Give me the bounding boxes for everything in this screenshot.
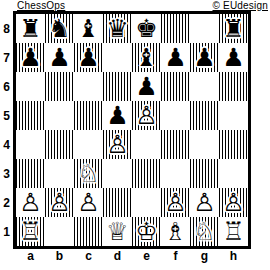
page: ChessOps © EUdesign 87654321 ♜♞♝♛♚♜♟♟♟♝♟… (0, 0, 270, 270)
piece-black-bishop: ♝ (135, 43, 157, 72)
square-c5 (74, 101, 103, 130)
square-d5: ♟ (103, 101, 132, 130)
square-e8: ♚ (132, 14, 161, 43)
square-g7: ♟ (190, 43, 219, 72)
square-d6 (103, 72, 132, 101)
rank-label-8: 8 (0, 14, 13, 43)
piece-white-pawn: ♙ (19, 188, 41, 217)
square-b4 (45, 130, 74, 159)
file-label-b: b (45, 249, 74, 263)
square-a7: ♟ (16, 43, 45, 72)
rank-label-4: 4 (0, 130, 13, 159)
piece-black-pawn: ♟ (164, 43, 186, 72)
square-e2 (132, 188, 161, 217)
square-a2: ♙ (16, 188, 45, 217)
square-a3 (16, 159, 45, 188)
square-f4 (161, 130, 190, 159)
piece-black-pawn: ♟ (19, 43, 41, 72)
piece-black-bishop: ♝ (77, 14, 99, 43)
square-c3: ♘ (74, 159, 103, 188)
board-layout: 87654321 ♜♞♝♛♚♜♟♟♟♝♟♟♟♟♟♙♙♘♙♙♙♙♙♙♖♕♔♗♘♖ (0, 11, 270, 249)
piece-white-rook: ♖ (222, 217, 244, 246)
square-e5: ♙ (132, 101, 161, 130)
square-g8 (190, 14, 219, 43)
square-h1: ♖ (219, 217, 248, 246)
piece-white-pawn: ♙ (106, 130, 128, 159)
piece-white-pawn: ♙ (77, 188, 99, 217)
piece-black-queen: ♛ (106, 14, 128, 43)
square-h7: ♟ (219, 43, 248, 72)
square-b8: ♞ (45, 14, 74, 43)
square-f8 (161, 14, 190, 43)
header: ChessOps © EUdesign (0, 0, 270, 11)
square-a8: ♜ (16, 14, 45, 43)
rank-labels: 87654321 (0, 11, 13, 249)
square-c7: ♟ (74, 43, 103, 72)
square-h2: ♙ (219, 188, 248, 217)
piece-black-knight: ♞ (48, 14, 70, 43)
file-label-g: g (190, 249, 219, 263)
piece-white-bishop: ♗ (164, 217, 186, 246)
piece-white-rook: ♖ (19, 217, 41, 246)
piece-black-pawn: ♟ (135, 72, 157, 101)
piece-white-king: ♔ (135, 217, 157, 246)
square-a5 (16, 101, 45, 130)
square-b6 (45, 72, 74, 101)
square-f7: ♟ (161, 43, 190, 72)
piece-black-pawn: ♟ (193, 43, 215, 72)
square-d8: ♛ (103, 14, 132, 43)
square-e4 (132, 130, 161, 159)
square-c1 (74, 217, 103, 246)
square-e1: ♔ (132, 217, 161, 246)
square-b1 (45, 217, 74, 246)
rank-label-3: 3 (0, 159, 13, 188)
square-g2: ♙ (190, 188, 219, 217)
square-h4 (219, 130, 248, 159)
square-h5 (219, 101, 248, 130)
square-f5 (161, 101, 190, 130)
square-e6: ♟ (132, 72, 161, 101)
rank-label-2: 2 (0, 188, 13, 217)
square-d4: ♙ (103, 130, 132, 159)
square-f1: ♗ (161, 217, 190, 246)
rank-label-1: 1 (0, 217, 13, 246)
square-f3 (161, 159, 190, 188)
square-b5 (45, 101, 74, 130)
square-a1: ♖ (16, 217, 45, 246)
rank-label-5: 5 (0, 101, 13, 130)
file-label-d: d (103, 249, 132, 263)
square-g3 (190, 159, 219, 188)
square-g5 (190, 101, 219, 130)
square-h6 (219, 72, 248, 101)
rank-label-7: 7 (0, 43, 13, 72)
piece-black-pawn: ♟ (77, 43, 99, 72)
square-g1: ♘ (190, 217, 219, 246)
file-label-h: h (219, 249, 248, 263)
square-c8: ♝ (74, 14, 103, 43)
piece-white-knight: ♘ (77, 159, 99, 188)
piece-white-pawn: ♙ (135, 101, 157, 130)
square-a4 (16, 130, 45, 159)
square-b2: ♙ (45, 188, 74, 217)
square-h8: ♜ (219, 14, 248, 43)
board: ♜♞♝♛♚♜♟♟♟♝♟♟♟♟♟♙♙♘♙♙♙♙♙♙♖♕♔♗♘♖ (13, 11, 251, 249)
square-a6 (16, 72, 45, 101)
piece-white-queen: ♕ (106, 217, 128, 246)
square-f2: ♙ (161, 188, 190, 217)
square-h3 (219, 159, 248, 188)
piece-black-rook: ♜ (19, 14, 41, 43)
square-c6 (74, 72, 103, 101)
piece-black-pawn: ♟ (48, 43, 70, 72)
square-c4 (74, 130, 103, 159)
piece-black-rook: ♜ (222, 14, 244, 43)
file-labels: abcdefgh (16, 249, 270, 263)
piece-white-pawn: ♙ (222, 188, 244, 217)
piece-white-knight: ♘ (193, 217, 215, 246)
rank-label-6: 6 (0, 72, 13, 101)
square-b7: ♟ (45, 43, 74, 72)
square-f6 (161, 72, 190, 101)
square-g6 (190, 72, 219, 101)
piece-white-pawn: ♙ (164, 188, 186, 217)
credit-link[interactable]: © EUdesign (212, 0, 268, 11)
square-d3 (103, 159, 132, 188)
piece-black-pawn: ♟ (222, 43, 244, 72)
piece-white-pawn: ♙ (48, 188, 70, 217)
square-g4 (190, 130, 219, 159)
file-label-a: a (16, 249, 45, 263)
square-e3 (132, 159, 161, 188)
file-label-c: c (74, 249, 103, 263)
file-label-e: e (132, 249, 161, 263)
square-d1: ♕ (103, 217, 132, 246)
piece-black-king: ♚ (135, 14, 157, 43)
square-b3 (45, 159, 74, 188)
square-c2: ♙ (74, 188, 103, 217)
square-d7 (103, 43, 132, 72)
square-e7: ♝ (132, 43, 161, 72)
chessops-link[interactable]: ChessOps (17, 0, 65, 11)
file-label-f: f (161, 249, 190, 263)
piece-white-pawn: ♙ (193, 188, 215, 217)
piece-black-pawn: ♟ (106, 101, 128, 130)
square-d2 (103, 188, 132, 217)
